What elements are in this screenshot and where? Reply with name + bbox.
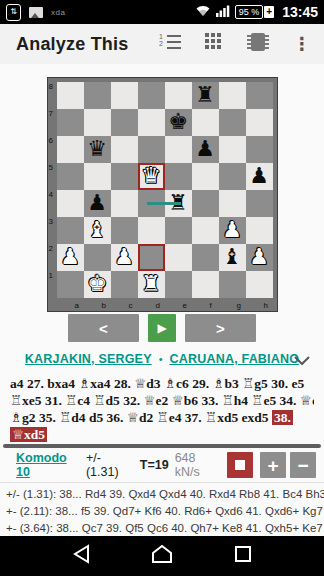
square-c3[interactable]	[111, 217, 138, 244]
square-a6[interactable]	[57, 136, 84, 163]
app-toolbar: Analyze This 12 ⋮	[0, 24, 324, 64]
move-line[interactable]: ♖xe5 31. ♖c4 ♖d5 32. ♕e2 ♕b6 33. ♖h4 ♖e5…	[10, 392, 314, 409]
board-setup-button[interactable]	[192, 24, 236, 64]
square-h4[interactable]	[246, 190, 273, 217]
black-bishop: ♝	[219, 244, 246, 271]
network-label: xda	[51, 8, 65, 17]
square-g3[interactable]: ♟	[219, 217, 246, 244]
square-b5[interactable]	[84, 163, 111, 190]
overflow-menu-button[interactable]: ⋮	[280, 24, 324, 64]
next-move-button[interactable]: >	[185, 314, 256, 342]
board-squares[interactable]: ♜♚♛♟♛♟♟♜♝♟♟♟♝♟♚♜	[57, 82, 273, 298]
square-h3[interactable]	[246, 217, 273, 244]
move-list-button[interactable]: 12	[148, 24, 192, 64]
square-g2[interactable]: ♝	[219, 244, 246, 271]
square-e7[interactable]: ♚	[165, 109, 192, 136]
overflow-menu-icon: ⋮	[293, 35, 311, 53]
square-d7[interactable]	[138, 109, 165, 136]
square-c4[interactable]	[111, 190, 138, 217]
back-button[interactable]	[61, 536, 101, 576]
engine-evaluation: +/- (1.31)	[86, 451, 134, 479]
square-c7[interactable]	[111, 109, 138, 136]
square-b3[interactable]: ♝	[84, 217, 111, 244]
move-line[interactable]: a4 27. bxa4 ♗xa4 28. ♕d3 ♗c6 29. ♗b3 ♖g5…	[10, 375, 314, 392]
square-b4[interactable]: ♟	[84, 190, 111, 217]
square-e3[interactable]	[165, 217, 192, 244]
white-player-link[interactable]: KARJAKIN, SERGEY	[25, 352, 152, 366]
white-queen: ♛	[138, 163, 165, 190]
file-label-d: d	[156, 301, 160, 310]
rank-label-8: 8	[49, 82, 57, 91]
svg-text:2: 2	[159, 40, 163, 47]
analysis-line-1[interactable]: +/- (1.31): 38... Rd4 39. Qxd4 Qxd4 40. …	[6, 486, 324, 503]
square-d2[interactable]	[138, 244, 165, 271]
status-bar: ⇅ xda 95 % + 13:45	[0, 0, 324, 24]
signal-icon	[216, 3, 230, 21]
engine-speed: 648 kN/s	[175, 451, 221, 479]
square-a5[interactable]	[57, 163, 84, 190]
rank-label-7: 7	[49, 109, 57, 118]
square-f5[interactable]	[192, 163, 219, 190]
square-b7[interactable]	[84, 109, 111, 136]
white-pawn: ♟	[219, 217, 246, 244]
file-label-a: a	[75, 301, 79, 310]
square-a2[interactable]: ♟	[57, 244, 84, 271]
square-h6[interactable]	[246, 136, 273, 163]
numbered-list-icon: 12	[159, 33, 181, 55]
current-move-number-highlight: 38.	[272, 410, 293, 425]
square-h2[interactable]: ♟	[246, 244, 273, 271]
grid-icon	[205, 33, 224, 56]
usb-transfer-icon: ⇅	[6, 4, 21, 21]
battery-charging-icon: +	[264, 6, 274, 18]
home-button[interactable]	[142, 536, 182, 576]
square-c5[interactable]	[111, 163, 138, 190]
white-rook: ♜	[138, 271, 165, 298]
engine-depth: T=19	[140, 458, 169, 472]
analysis-line-2[interactable]: +- (2.11): 38... f5 39. Qd7+ Kf6 40. Rd6…	[6, 503, 324, 520]
stop-engine-button[interactable]	[227, 452, 253, 478]
black-player-link[interactable]: CARUANA, FABIANO	[170, 352, 300, 366]
square-d3[interactable]	[138, 217, 165, 244]
square-a8[interactable]	[57, 82, 84, 109]
rank-label-6: 6	[49, 136, 57, 145]
white-pawn: ♟	[246, 244, 273, 271]
black-king: ♚	[165, 109, 192, 136]
clock: 13:45	[282, 4, 318, 20]
square-f7[interactable]	[192, 109, 219, 136]
file-label-g: g	[237, 301, 241, 310]
rank-label-1: 1	[49, 271, 57, 280]
file-label-e: e	[183, 301, 187, 310]
file-label-c: c	[129, 301, 133, 310]
square-f1[interactable]	[192, 271, 219, 298]
android-nav-bar	[0, 536, 324, 576]
black-pawn: ♟	[84, 190, 111, 217]
square-e2[interactable]	[165, 244, 192, 271]
stop-icon	[235, 460, 245, 470]
square-g5[interactable]	[219, 163, 246, 190]
white-pawn: ♟	[111, 244, 138, 271]
engine-name-link[interactable]: Komodo 10	[16, 451, 80, 479]
square-d8[interactable]	[138, 82, 165, 109]
square-e1[interactable]	[165, 271, 192, 298]
move-line[interactable]: ♕xd5	[10, 426, 314, 443]
previous-move-button[interactable]: <	[68, 314, 139, 342]
black-rook: ♜	[192, 82, 219, 109]
square-e6[interactable]	[165, 136, 192, 163]
square-g8[interactable]	[219, 82, 246, 109]
square-f8[interactable]: ♜	[192, 82, 219, 109]
svg-text:1: 1	[159, 33, 163, 40]
battery-indicator: 95 % +	[235, 5, 275, 19]
square-c1[interactable]	[111, 271, 138, 298]
engine-button[interactable]	[236, 24, 280, 64]
chess-board-frame: ♜♚♛♟♛♟♟♜♝♟♟♟♝♟♚♜ 87654321abcdefgh	[47, 77, 278, 312]
square-c8[interactable]	[111, 82, 138, 109]
square-f4[interactable]	[192, 190, 219, 217]
home-icon	[151, 544, 173, 568]
square-c2[interactable]: ♟	[111, 244, 138, 271]
recents-button[interactable]	[223, 536, 263, 576]
black-queen: ♛	[84, 136, 111, 163]
analysis-line-3[interactable]: +- (3.64): 38... Qc7 39. Qf5 Qc6 40. Qh7…	[6, 520, 324, 537]
square-a7[interactable]	[57, 109, 84, 136]
square-h7[interactable]	[246, 109, 273, 136]
move-list[interactable]: a4 27. bxa4 ♗xa4 28. ♕d3 ♗c6 29. ♗b3 ♖g5…	[0, 372, 324, 444]
engine-status-row: Komodo 10 +/- (1.31) T=19 648 kN/s + −	[0, 448, 324, 482]
engine-move-arrow	[147, 202, 181, 205]
rank-label-3: 3	[49, 217, 57, 226]
square-d6[interactable]	[138, 136, 165, 163]
square-d5[interactable]: ♛	[138, 163, 165, 190]
square-b1[interactable]: ♚	[84, 271, 111, 298]
square-h5[interactable]: ♟	[246, 163, 273, 190]
square-h1[interactable]	[246, 271, 273, 298]
black-pawn: ♟	[246, 163, 273, 190]
rank-label-2: 2	[49, 244, 57, 253]
square-b6[interactable]: ♛	[84, 136, 111, 163]
players-row: KARJAKIN, SERGEY • CARUANA, FABIANO	[0, 346, 324, 372]
move-navigation: < ▶ >	[0, 310, 324, 346]
analysis-panel: +/- (1.31): 38... Rd4 39. Qxd4 Qxd4 40. …	[0, 482, 324, 540]
black-pawn: ♟	[192, 136, 219, 163]
square-g7[interactable]	[219, 109, 246, 136]
chip-icon	[247, 32, 269, 56]
square-h8[interactable]	[246, 82, 273, 109]
autoplay-button[interactable]: ▶	[148, 314, 176, 342]
square-e8[interactable]	[165, 82, 192, 109]
app-title: Analyze This	[16, 34, 128, 55]
rank-label-4: 4	[49, 190, 57, 199]
file-label-h: h	[264, 301, 268, 310]
white-king: ♚	[84, 271, 111, 298]
square-f3[interactable]	[192, 217, 219, 244]
square-a1[interactable]	[57, 271, 84, 298]
players-separator: •	[159, 353, 163, 365]
square-f6[interactable]: ♟	[192, 136, 219, 163]
square-b2[interactable]	[84, 244, 111, 271]
file-label-b: b	[102, 301, 106, 310]
square-g6[interactable]	[219, 136, 246, 163]
rank-label-5: 5	[49, 163, 57, 172]
square-g1[interactable]	[219, 271, 246, 298]
screenshot-icon	[29, 7, 43, 18]
remove-line-button[interactable]: −	[290, 452, 316, 478]
battery-percent: 95 %	[235, 5, 264, 19]
white-pawn: ♟	[57, 244, 84, 271]
square-a4[interactable]	[57, 190, 84, 217]
chevron-down-icon[interactable]	[294, 351, 310, 369]
add-line-button[interactable]: +	[260, 452, 286, 478]
back-triangle-icon	[72, 544, 90, 568]
square-d1[interactable]: ♜	[138, 271, 165, 298]
square-c6[interactable]	[111, 136, 138, 163]
white-bishop: ♝	[84, 217, 111, 244]
move-line[interactable]: ♗g2 35. ♖d4 d5 36. ♕d2 ♖e4 37. ♖xd5 exd5…	[10, 409, 314, 426]
square-b8[interactable]	[84, 82, 111, 109]
board-area: ♜♚♛♟♛♟♟♜♝♟♟♟♝♟♚♜ 87654321abcdefgh	[0, 64, 324, 310]
square-e5[interactable]	[165, 163, 192, 190]
current-move-highlight: ♕xd5	[10, 427, 47, 442]
square-a3[interactable]	[57, 217, 84, 244]
recents-square-icon	[234, 545, 252, 567]
wifi-icon	[195, 3, 211, 21]
square-g4[interactable]	[219, 190, 246, 217]
square-f2[interactable]	[192, 244, 219, 271]
file-label-f: f	[210, 301, 212, 310]
